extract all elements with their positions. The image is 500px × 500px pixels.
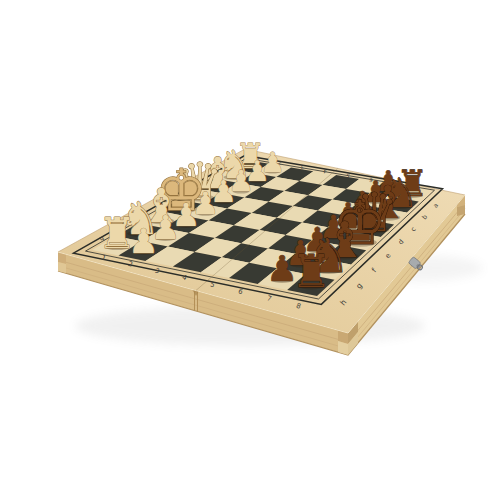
product-photo: 1122334455667788aabbccddeeffgghh♜♟♞♟♝♟♟♜… [0,0,500,500]
piece-black-rook-h8: ♜ [291,245,331,298]
piece-white-pawn-h2: ♟ [128,221,159,261]
folding-chess-set: 1122334455667788aabbccddeeffgghh♜♟♞♟♝♟♟♜… [0,0,500,500]
